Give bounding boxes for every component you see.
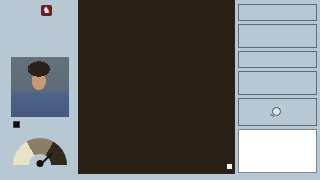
move-list [238,129,317,173]
chesstraps-logo: ♞ [18,5,76,16]
gauge-dial [13,138,67,165]
trap-title-box [238,71,317,95]
presenter-photo [11,57,69,117]
trap-side-legend [13,121,23,128]
knight-icon: ♞ [42,5,50,16]
file-labels-top [80,0,224,15]
chesstraps-logo-icon: ♞ [41,5,52,16]
promo-box [238,98,317,126]
trap-number-box [238,4,317,21]
opening-box [238,24,317,48]
board-corner-mark [227,164,232,169]
magnifier-icon [272,107,281,116]
rank-labels [224,15,235,159]
gauge-hub [37,160,44,167]
file-labels-bottom [80,159,224,174]
difficulty-gauge [12,138,68,167]
eco-box [238,51,317,68]
chess-board [78,0,235,174]
left-sidebar: ♞ [0,0,78,180]
black-square-icon [13,121,20,128]
video-frame: ♞ [0,0,320,180]
board-squares [80,15,224,159]
info-panel [235,0,320,180]
